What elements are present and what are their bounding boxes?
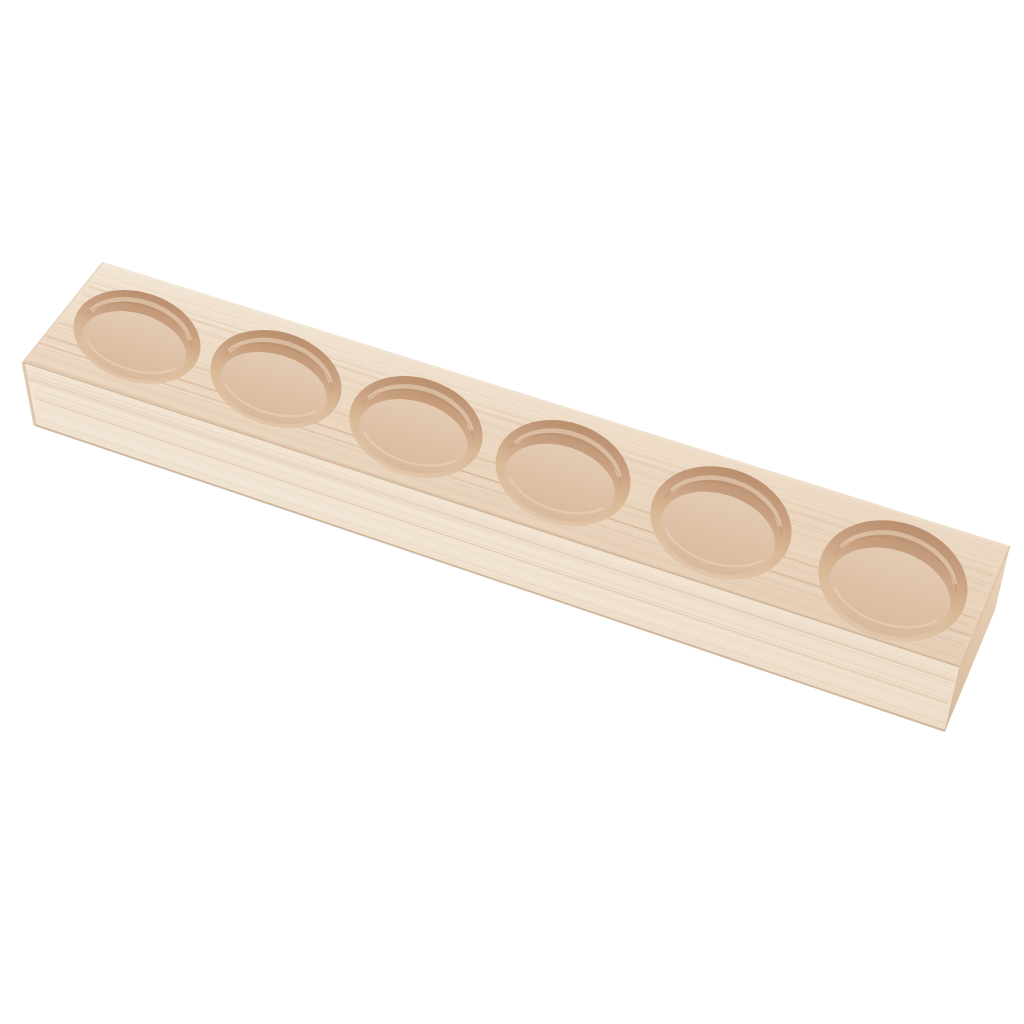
mancala-board-photo: [0, 0, 1024, 1024]
